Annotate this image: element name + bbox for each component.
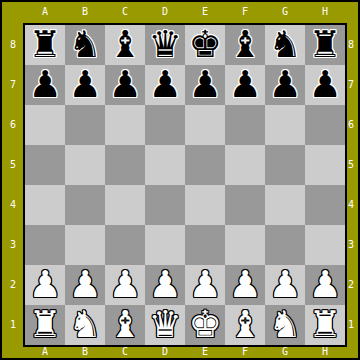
square-b6[interactable]	[65, 105, 105, 145]
square-f5[interactable]	[225, 145, 265, 185]
square-c1[interactable]: ♝	[105, 305, 145, 345]
file-label-bottom-d: D	[145, 346, 185, 358]
white-bishop[interactable]: ♝	[108, 305, 141, 345]
white-pawn[interactable]: ♟	[228, 265, 261, 305]
black-king[interactable]: ♚	[188, 25, 221, 65]
square-h7[interactable]: ♟	[305, 65, 345, 105]
white-bishop[interactable]: ♝	[228, 305, 261, 345]
file-label-bottom-a: A	[25, 346, 65, 358]
white-knight[interactable]: ♞	[268, 305, 301, 345]
square-g8[interactable]: ♞	[265, 25, 305, 65]
square-a6[interactable]	[25, 105, 65, 145]
file-label-bottom-b: B	[65, 346, 105, 358]
square-d6[interactable]	[145, 105, 185, 145]
white-knight[interactable]: ♞	[68, 305, 101, 345]
chess-board[interactable]: ♜♞♝♛♚♝♞♜♟♟♟♟♟♟♟♟♟♟♟♟♟♟♟♟♜♞♝♛♚♝♞♜	[23, 23, 347, 347]
square-g4[interactable]	[265, 185, 305, 225]
square-g3[interactable]	[265, 225, 305, 265]
square-a3[interactable]	[25, 225, 65, 265]
square-h3[interactable]	[305, 225, 345, 265]
square-e4[interactable]	[185, 185, 225, 225]
black-pawn[interactable]: ♟	[268, 65, 301, 105]
rank-label-right-4: 4	[344, 185, 358, 225]
square-b5[interactable]	[65, 145, 105, 185]
square-h1[interactable]: ♜	[305, 305, 345, 345]
square-c7[interactable]: ♟	[105, 65, 145, 105]
square-c6[interactable]	[105, 105, 145, 145]
file-label-top-f: F	[225, 5, 265, 18]
square-a7[interactable]: ♟	[25, 65, 65, 105]
black-bishop[interactable]: ♝	[228, 25, 261, 65]
square-g6[interactable]	[265, 105, 305, 145]
square-a1[interactable]: ♜	[25, 305, 65, 345]
file-label-bottom-h: H	[305, 346, 345, 358]
file-label-top-c: C	[105, 5, 145, 18]
square-c5[interactable]	[105, 145, 145, 185]
file-label-bottom-e: E	[185, 346, 225, 358]
square-e8[interactable]: ♚	[185, 25, 225, 65]
black-pawn[interactable]: ♟	[108, 65, 141, 105]
black-pawn[interactable]: ♟	[188, 65, 221, 105]
square-c8[interactable]: ♝	[105, 25, 145, 65]
square-g1[interactable]: ♞	[265, 305, 305, 345]
white-pawn[interactable]: ♟	[108, 265, 141, 305]
square-e3[interactable]	[185, 225, 225, 265]
square-d2[interactable]: ♟	[145, 265, 185, 305]
black-queen[interactable]: ♛	[148, 25, 181, 65]
rank-label-left-2: 2	[3, 265, 23, 305]
black-knight[interactable]: ♞	[68, 25, 101, 65]
rank-label-left-4: 4	[3, 185, 23, 225]
square-e6[interactable]	[185, 105, 225, 145]
square-a5[interactable]	[25, 145, 65, 185]
black-pawn[interactable]: ♟	[68, 65, 101, 105]
square-e7[interactable]: ♟	[185, 65, 225, 105]
rank-label-left-3: 3	[3, 225, 23, 265]
square-h4[interactable]	[305, 185, 345, 225]
white-pawn[interactable]: ♟	[28, 265, 61, 305]
white-queen[interactable]: ♛	[148, 305, 181, 345]
square-f7[interactable]: ♟	[225, 65, 265, 105]
square-b8[interactable]: ♞	[65, 25, 105, 65]
square-b7[interactable]: ♟	[65, 65, 105, 105]
black-rook[interactable]: ♜	[28, 25, 61, 65]
rank-label-left-6: 6	[3, 105, 23, 145]
square-h8[interactable]: ♜	[305, 25, 345, 65]
square-f6[interactable]	[225, 105, 265, 145]
file-label-top-h: H	[305, 5, 345, 18]
square-e1[interactable]: ♚	[185, 305, 225, 345]
square-b4[interactable]	[65, 185, 105, 225]
black-knight[interactable]: ♞	[268, 25, 301, 65]
rank-label-right-8: 8	[344, 25, 358, 65]
square-f1[interactable]: ♝	[225, 305, 265, 345]
square-a4[interactable]	[25, 185, 65, 225]
file-label-bottom-c: C	[105, 346, 145, 358]
square-d5[interactable]	[145, 145, 185, 185]
square-g5[interactable]	[265, 145, 305, 185]
black-pawn[interactable]: ♟	[148, 65, 181, 105]
black-rook[interactable]: ♜	[308, 25, 341, 65]
board-mat: ♜♞♝♛♚♝♞♜♟♟♟♟♟♟♟♟♟♟♟♟♟♟♟♟♜♞♝♛♚♝♞♜ AABBCCD…	[2, 2, 358, 358]
square-f3[interactable]	[225, 225, 265, 265]
black-pawn[interactable]: ♟	[228, 65, 261, 105]
square-h5[interactable]	[305, 145, 345, 185]
square-a8[interactable]: ♜	[25, 25, 65, 65]
square-c3[interactable]	[105, 225, 145, 265]
square-d7[interactable]: ♟	[145, 65, 185, 105]
white-rook[interactable]: ♜	[308, 305, 341, 345]
white-pawn[interactable]: ♟	[68, 265, 101, 305]
rank-label-right-3: 3	[344, 225, 358, 265]
rank-label-right-7: 7	[344, 65, 358, 105]
white-pawn[interactable]: ♟	[268, 265, 301, 305]
file-label-top-g: G	[265, 5, 305, 18]
black-pawn[interactable]: ♟	[28, 65, 61, 105]
square-e5[interactable]	[185, 145, 225, 185]
file-label-top-b: B	[65, 5, 105, 18]
black-pawn[interactable]: ♟	[308, 65, 341, 105]
square-g2[interactable]: ♟	[265, 265, 305, 305]
square-b1[interactable]: ♞	[65, 305, 105, 345]
rank-label-left-1: 1	[3, 305, 23, 345]
square-f2[interactable]: ♟	[225, 265, 265, 305]
square-c4[interactable]	[105, 185, 145, 225]
rank-label-left-7: 7	[3, 65, 23, 105]
square-d1[interactable]: ♛	[145, 305, 185, 345]
rank-label-right-6: 6	[344, 105, 358, 145]
square-b3[interactable]	[65, 225, 105, 265]
square-h2[interactable]: ♟	[305, 265, 345, 305]
black-bishop[interactable]: ♝	[108, 25, 141, 65]
file-label-top-e: E	[185, 5, 225, 18]
white-king[interactable]: ♚	[188, 305, 221, 345]
square-h6[interactable]	[305, 105, 345, 145]
file-label-bottom-f: F	[225, 346, 265, 358]
white-pawn[interactable]: ♟	[188, 265, 221, 305]
square-f4[interactable]	[225, 185, 265, 225]
rank-label-right-5: 5	[344, 145, 358, 185]
square-d8[interactable]: ♛	[145, 25, 185, 65]
file-label-top-d: D	[145, 5, 185, 18]
rank-label-right-2: 2	[344, 265, 358, 305]
square-e2[interactable]: ♟	[185, 265, 225, 305]
square-c2[interactable]: ♟	[105, 265, 145, 305]
white-pawn[interactable]: ♟	[308, 265, 341, 305]
file-label-top-a: A	[25, 5, 65, 18]
square-f8[interactable]: ♝	[225, 25, 265, 65]
white-pawn[interactable]: ♟	[148, 265, 181, 305]
square-b2[interactable]: ♟	[65, 265, 105, 305]
chess-window-frame: ♜♞♝♛♚♝♞♜♟♟♟♟♟♟♟♟♟♟♟♟♟♟♟♟♜♞♝♛♚♝♞♜ AABBCCD…	[0, 0, 360, 360]
rank-label-right-1: 1	[344, 305, 358, 345]
square-g7[interactable]: ♟	[265, 65, 305, 105]
file-label-bottom-g: G	[265, 346, 305, 358]
white-rook[interactable]: ♜	[28, 305, 61, 345]
square-a2[interactable]: ♟	[25, 265, 65, 305]
rank-label-left-5: 5	[3, 145, 23, 185]
square-d4[interactable]	[145, 185, 185, 225]
square-d3[interactable]	[145, 225, 185, 265]
rank-label-left-8: 8	[3, 25, 23, 65]
